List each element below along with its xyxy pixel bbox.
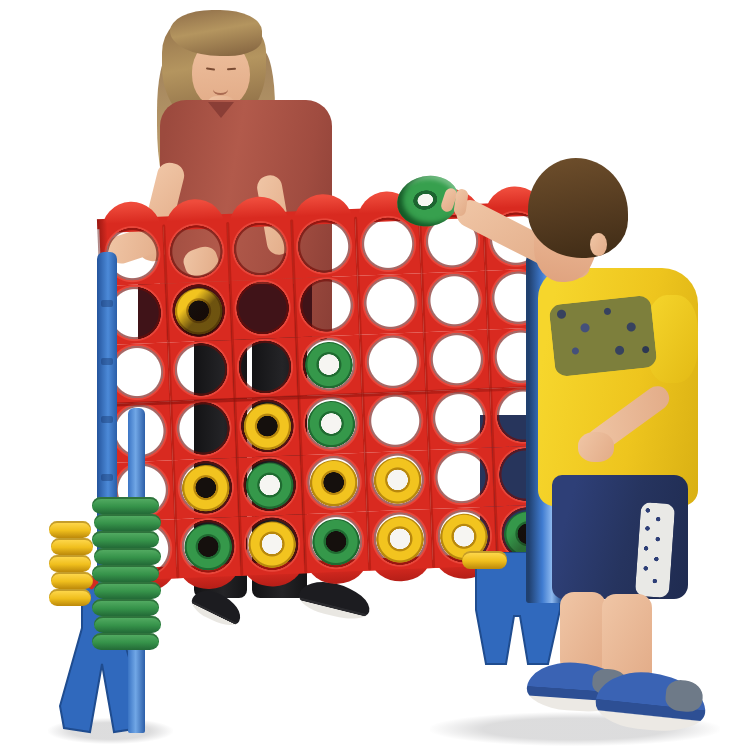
board-cell-r2c5[interactable] [357,273,423,335]
board-cell-r1c4[interactable] [291,217,357,279]
board-cell-r2c4[interactable] [293,276,359,338]
board-cell-r2c3[interactable] [230,278,296,340]
stored-disc-green[interactable] [94,582,161,599]
stored-disc-yellow[interactable] [51,538,93,555]
stored-disc-green[interactable] [92,531,159,548]
board-cell-r4c4[interactable] [298,394,364,456]
left-yellow-stack [49,521,92,606]
stored-disc-yellow[interactable] [49,521,91,538]
left-post-notch [101,474,113,481]
disc-green-r3c4[interactable] [304,341,354,391]
disc-yellow-r5c4[interactable] [309,458,359,508]
stored-disc-yellow[interactable] [49,555,91,572]
stored-disc-green[interactable] [94,514,161,531]
stored-disc-green[interactable] [92,497,159,514]
disc-yellow-r5c5[interactable] [373,456,423,506]
disc-yellow-r4c3[interactable] [242,402,292,452]
board-cell-r6c2[interactable] [175,517,241,579]
board-cell-r5c3[interactable] [237,455,303,517]
disc-green-r6c2[interactable] [183,523,233,573]
disc-yellow-r6c3[interactable] [247,520,297,570]
stored-disc-green[interactable] [94,548,161,565]
disc-green-r5c3[interactable] [245,461,295,511]
boy-ear [590,233,607,256]
disc-yellow-r2c2[interactable] [174,287,224,337]
board-cell-r5c5[interactable] [365,450,431,512]
board-cell-r6c5[interactable] [367,509,433,571]
disc-green-r4c4[interactable] [306,400,356,450]
stored-disc-green[interactable] [92,599,159,616]
giant-connect-four-photo [0,0,750,750]
disc-shadow-overlay [174,287,224,337]
boy-shorts-stripe [635,502,675,598]
board-cell-r6c3[interactable] [239,514,305,576]
board-cell-r1c3[interactable] [227,219,293,281]
board-cell-r2c6[interactable] [421,271,487,333]
board-cell-r3c2[interactable] [168,340,234,402]
board-cell-r4c5[interactable] [362,391,428,453]
stored-disc-green[interactable] [92,565,159,582]
boy-left-hand [578,432,614,462]
stored-disc-green[interactable] [92,633,159,650]
woman-shirt-vneck [208,102,234,118]
board-cell-r4c3[interactable] [234,396,300,458]
board-cell-r5c6[interactable] [428,448,494,510]
stored-disc-yellow[interactable] [51,572,93,589]
stored-disc-yellow[interactable] [462,551,507,569]
woman-smile [213,84,228,95]
left-post-notch [101,300,113,307]
boy-hair [528,158,628,258]
disc-yellow-r5c2[interactable] [181,464,231,514]
board-cell-r6c4[interactable] [303,512,369,574]
disc-yellow-r6c5[interactable] [375,515,425,565]
stored-disc-green[interactable] [94,616,161,633]
left-post-notch [101,416,113,423]
board-cell-r3c6[interactable] [424,330,490,392]
right-yellow-stack [462,551,508,569]
left-green-stack [92,497,162,650]
boy-shirt-graphic [549,295,658,377]
stored-disc-yellow[interactable] [49,589,91,606]
disc-green-r6c4[interactable] [311,517,361,567]
board-cell-r3c3[interactable] [232,337,298,399]
board-cell-r2c2[interactable] [166,281,232,343]
board-cell-r3c4[interactable] [296,335,362,397]
board-cell-r5c4[interactable] [301,453,367,515]
connect-four-board [97,201,563,581]
left-post-notch [101,358,113,365]
board-cell-r4c6[interactable] [426,389,492,451]
board-cell-r3c5[interactable] [360,332,426,394]
board-cell-r4c2[interactable] [170,399,236,461]
board-cell-r5c2[interactable] [173,458,239,520]
board-cell-r1c2[interactable] [163,222,229,284]
